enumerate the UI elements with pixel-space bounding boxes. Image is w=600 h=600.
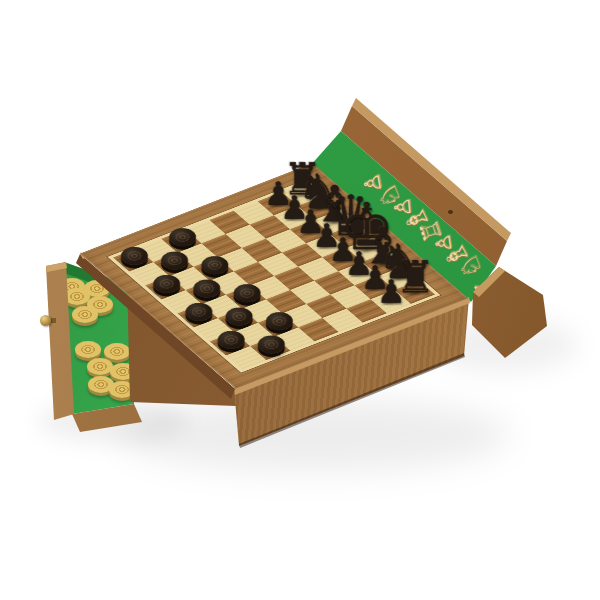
checker-disc [257, 335, 284, 353]
drawer-knob [40, 315, 51, 326]
light-checker [72, 306, 98, 323]
checker-disc [216, 331, 243, 349]
checker-disc [152, 275, 179, 293]
product-photo-chess-checkers-box: ♙♘♙♗♖♙♗♘♖♙ ♜♟♞♟♝♟♛♟♚♟♝♟♞♟♜♟ [0, 0, 600, 600]
checker-disc [160, 251, 187, 269]
checker-disc [224, 307, 251, 325]
wall-knot-hole [448, 210, 453, 214]
checker-disc [200, 256, 227, 274]
checker-disc [120, 247, 147, 265]
checker-disc [184, 303, 211, 321]
light-checker [104, 343, 130, 360]
checker-disc [168, 228, 195, 246]
light-checker [75, 341, 101, 358]
checker-disc [265, 312, 292, 330]
checker-disc [192, 279, 219, 297]
checker-disc [232, 284, 259, 302]
